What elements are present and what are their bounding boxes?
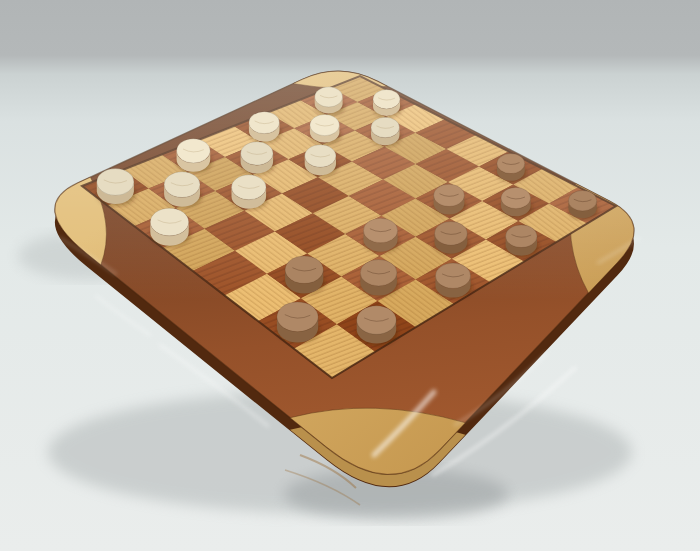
- checker-piece-tan-10: [435, 263, 472, 298]
- piece-top: [373, 90, 400, 109]
- piece-top: [305, 145, 336, 168]
- checker-piece-tan-8: [285, 256, 325, 294]
- checker-piece-tan-9: [360, 260, 398, 296]
- checker-piece-cream-3: [249, 112, 281, 143]
- piece-top: [501, 187, 531, 208]
- checker-piece-cream-6: [177, 139, 212, 173]
- piece-top: [434, 184, 465, 206]
- checker-piece-tan-7: [506, 225, 539, 257]
- checkers-board-photo: [0, 0, 700, 551]
- scene: [0, 0, 700, 551]
- checker-piece-tan-1: [497, 154, 526, 182]
- piece-top: [315, 87, 343, 107]
- checker-piece-cream-9: [97, 169, 136, 206]
- piece-top: [434, 222, 467, 246]
- checker-piece-tan-11: [277, 302, 320, 343]
- checker-piece-cream-4: [310, 114, 341, 144]
- checker-piece-cream-12: [150, 208, 190, 246]
- piece-top: [497, 154, 525, 174]
- piece-top: [310, 114, 340, 135]
- checker-piece-tan-12: [357, 306, 398, 345]
- piece-top: [150, 208, 188, 236]
- piece-top: [241, 142, 273, 165]
- piece-top: [285, 256, 323, 284]
- piece-top: [568, 191, 596, 211]
- piece-top: [371, 117, 399, 137]
- piece-top: [357, 306, 397, 334]
- checker-piece-cream-2: [373, 90, 402, 117]
- checker-piece-cream-1: [315, 87, 344, 115]
- checker-piece-cream-7: [241, 142, 275, 175]
- checker-piece-cream-5: [371, 117, 401, 146]
- checker-piece-tan-4: [568, 191, 598, 220]
- piece-top: [231, 175, 266, 200]
- piece-top: [360, 260, 397, 286]
- checker-piece-tan-3: [501, 187, 532, 217]
- piece-top: [435, 263, 470, 288]
- piece-top: [506, 225, 537, 248]
- piece-top: [277, 302, 318, 332]
- piece-top: [164, 172, 200, 198]
- piece-top: [249, 112, 280, 134]
- checker-piece-cream-11: [231, 175, 267, 210]
- piece-top: [363, 218, 397, 243]
- piece-top: [177, 139, 211, 163]
- checker-piece-tan-2: [434, 184, 466, 215]
- checker-piece-cream-8: [305, 145, 338, 176]
- checker-piece-tan-6: [434, 222, 468, 255]
- piece-top: [97, 169, 134, 196]
- checker-piece-cream-10: [164, 172, 202, 208]
- checker-piece-tan-5: [363, 218, 399, 252]
